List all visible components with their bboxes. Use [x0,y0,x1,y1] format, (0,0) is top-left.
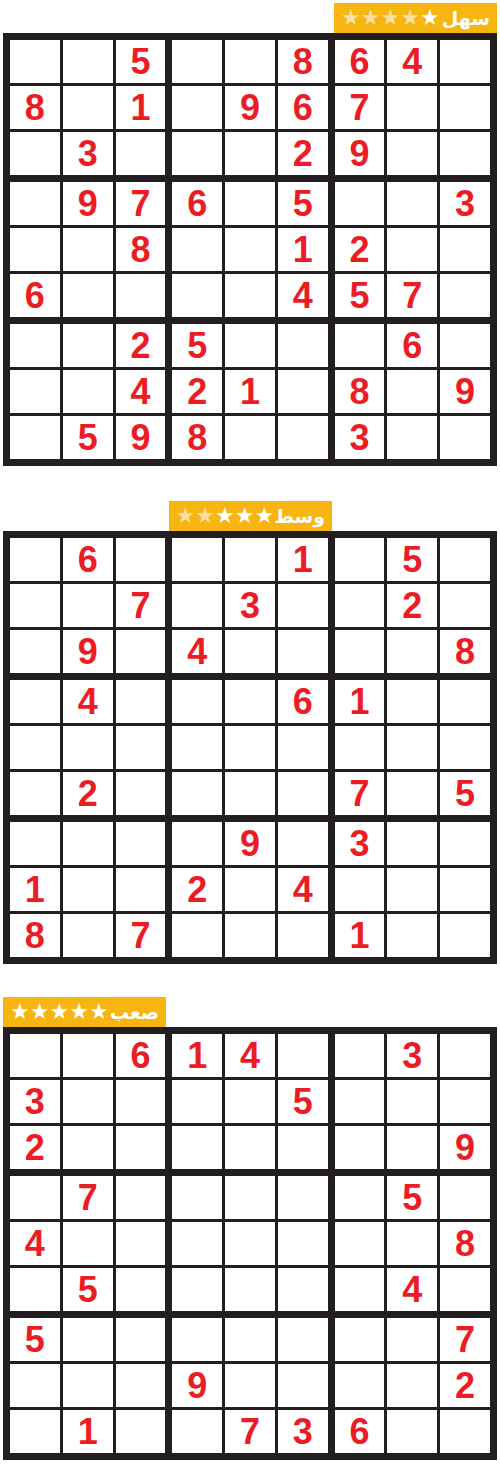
sudoku-cell-hard-r4c4[interactable] [172,1176,222,1219]
sudoku-cell-medium-r8c7[interactable] [335,868,385,911]
sudoku-cell-hard-r2c3[interactable] [116,1080,166,1123]
sudoku-cell-easy-r3c7[interactable]: 9 [335,132,385,175]
sudoku-cell-hard-r9c8[interactable] [387,1410,437,1453]
sudoku-cell-medium-r6c2[interactable]: 2 [63,772,113,815]
sudoku-cell-hard-r7c2[interactable] [63,1318,113,1361]
sudoku-cell-medium-r7c4[interactable] [172,822,222,865]
star-rating-hard: ★★★★★ [10,1001,109,1023]
sudoku-cell-medium-r9c5[interactable] [225,914,275,957]
sudoku-board-hard: 6321453974558451973726 [3,1027,497,1460]
sudoku-cell-medium-r1c1[interactable] [10,538,60,581]
sudoku-cell-medium-r6c5[interactable] [225,772,275,815]
sudoku-cell-easy-r9c7[interactable]: 3 [335,416,385,459]
sudoku-cell-medium-r1c2[interactable]: 6 [63,538,113,581]
sudoku-cell-hard-r5c3[interactable] [116,1222,166,1265]
sudoku-cell-easy-r5c3[interactable]: 8 [116,228,166,271]
star-icon: ★ [89,1001,109,1023]
sudoku-cell-medium-r2c2[interactable] [63,584,113,627]
sudoku-cell-medium-r4c3[interactable] [116,680,166,723]
sudoku-cell-hard-r9c4[interactable] [172,1410,222,1453]
sudoku-cell-medium-r2c4[interactable] [172,584,222,627]
sudoku-cell-easy-r9c6[interactable] [278,416,328,459]
sudoku-board-medium: 67913452842617518792431 [3,531,497,964]
page: ★★★★★ سهل 581389626479978665143257245952… [0,3,500,1465]
sudoku-box: 6 [172,680,327,815]
sudoku-cell-medium-r8c5[interactable] [225,868,275,911]
sudoku-cell-easy-r4c3[interactable]: 7 [116,182,166,225]
sudoku-box: 31 [335,822,490,957]
sudoku-cell-hard-r7c4[interactable] [172,1318,222,1361]
sudoku-cell-medium-r5c9[interactable] [440,726,490,769]
sudoku-box: 584 [335,1176,490,1311]
sudoku-cell-hard-r4c9[interactable] [440,1176,490,1219]
sudoku-cell-easy-r4c5[interactable] [225,182,275,225]
sudoku-cell-hard-r4c2[interactable]: 7 [63,1176,113,1219]
sudoku-cell-easy-r5c4[interactable] [172,228,222,271]
sudoku-cell-easy-r1c4[interactable] [172,40,222,83]
sudoku-cell-hard-r3c2[interactable] [63,1126,113,1169]
sudoku-cell-hard-r2c4[interactable] [172,1080,222,1123]
sudoku-cell-easy-r8c5[interactable]: 1 [225,370,275,413]
sudoku-cell-hard-r8c2[interactable] [63,1364,113,1407]
sudoku-box: 145 [172,1034,327,1169]
sudoku-cell-easy-r3c5[interactable] [225,132,275,175]
sudoku-cell-medium-r4c4[interactable] [172,680,222,723]
sudoku-cell-easy-r7c7[interactable] [335,324,385,367]
sudoku-cell-hard-r8c9[interactable]: 2 [440,1364,490,1407]
sudoku-box: 528 [335,538,490,673]
sudoku-cell-medium-r8c1[interactable]: 1 [10,868,60,911]
sudoku-cell-hard-r9c9[interactable] [440,1410,490,1453]
sudoku-cell-hard-r7c7[interactable] [335,1318,385,1361]
sudoku-cell-hard-r3c7[interactable] [335,1126,385,1169]
sudoku-cell-easy-r1c5[interactable] [225,40,275,83]
sudoku-cell-medium-r4c5[interactable] [225,680,275,723]
sudoku-cell-medium-r4c2[interactable]: 4 [63,680,113,723]
sudoku-cell-medium-r5c4[interactable] [172,726,222,769]
sudoku-box: 39 [335,1034,490,1169]
sudoku-cell-easy-r9c8[interactable] [387,416,437,459]
star-icon: ★ [341,7,361,29]
star-rating-medium: ★★★★★ [176,505,275,527]
sudoku-cell-medium-r3c2[interactable]: 9 [63,630,113,673]
sudoku-cell-medium-r6c9[interactable]: 5 [440,772,490,815]
sudoku-cell-easy-r3c6[interactable]: 2 [278,132,328,175]
sudoku-cell-medium-r7c8[interactable] [387,822,437,865]
sudoku-cell-medium-r9c8[interactable] [387,914,437,957]
sudoku-box: 3257 [335,182,490,317]
sudoku-cell-easy-r7c3[interactable]: 2 [116,324,166,367]
sudoku-cell-hard-r2c6[interactable]: 5 [278,1080,328,1123]
sudoku-cell-hard-r5c1[interactable]: 4 [10,1222,60,1265]
sudoku-cell-hard-r7c5[interactable] [225,1318,275,1361]
sudoku-cell-medium-r7c1[interactable] [10,822,60,865]
star-icon: ★ [361,7,381,29]
sudoku-box: 6893 [335,324,490,459]
sudoku-box: 5813 [10,40,165,175]
difficulty-label-hard: صعب [110,1003,159,1022]
sudoku-cell-medium-r5c3[interactable] [116,726,166,769]
sudoku-cell-hard-r5c8[interactable] [387,1222,437,1265]
sudoku-cell-hard-r1c2[interactable] [63,1034,113,1077]
sudoku-cell-easy-r2c2[interactable] [63,86,113,129]
sudoku-cell-medium-r9c7[interactable]: 1 [335,914,385,957]
sudoku-cell-medium-r8c9[interactable] [440,868,490,911]
sudoku-cell-medium-r3c3[interactable] [116,630,166,673]
sudoku-box [172,1176,327,1311]
sudoku-cell-easy-r7c4[interactable]: 5 [172,324,222,367]
sudoku-cell-hard-r4c7[interactable] [335,1176,385,1219]
sudoku-cell-hard-r6c4[interactable] [172,1268,222,1311]
sudoku-cell-hard-r6c5[interactable] [225,1268,275,1311]
sudoku-cell-medium-r8c8[interactable] [387,868,437,911]
sudoku-cell-easy-r9c1[interactable] [10,416,60,459]
star-icon: ★ [69,1001,89,1023]
sudoku-cell-hard-r3c8[interactable] [387,1126,437,1169]
sudoku-cell-hard-r3c5[interactable] [225,1126,275,1169]
sudoku-cell-hard-r2c5[interactable] [225,1080,275,1123]
sudoku-cell-hard-r2c7[interactable] [335,1080,385,1123]
sudoku-cell-hard-r4c5[interactable] [225,1176,275,1219]
sudoku-cell-easy-r1c9[interactable] [440,40,490,83]
sudoku-cell-medium-r7c2[interactable] [63,822,113,865]
sudoku-cell-easy-r5c9[interactable] [440,228,490,271]
sudoku-cell-easy-r5c1[interactable] [10,228,60,271]
sudoku-box: 5218 [172,324,327,459]
sudoku-cell-hard-r4c3[interactable] [116,1176,166,1219]
sudoku-cell-hard-r8c3[interactable] [116,1364,166,1407]
sudoku-cell-medium-r4c9[interactable] [440,680,490,723]
sudoku-box: 134 [172,538,327,673]
sudoku-cell-hard-r7c3[interactable] [116,1318,166,1361]
sudoku-cell-medium-r3c7[interactable] [335,630,385,673]
sudoku-cell-hard-r7c8[interactable] [387,1318,437,1361]
sudoku-cell-medium-r2c8[interactable]: 2 [387,584,437,627]
sudoku-cell-hard-r9c2[interactable]: 1 [63,1410,113,1453]
sudoku-cell-medium-r2c1[interactable] [10,584,60,627]
sudoku-cell-medium-r1c3[interactable] [116,538,166,581]
difficulty-label-easy: سهل [442,9,490,28]
sudoku-cell-easy-r6c6[interactable]: 4 [278,274,328,317]
sudoku-cell-easy-r5c7[interactable]: 2 [335,228,385,271]
sudoku-cell-easy-r9c4[interactable]: 8 [172,416,222,459]
sudoku-box: 2459 [10,324,165,459]
sudoku-cell-hard-r3c4[interactable] [172,1126,222,1169]
sudoku-box: 973 [172,1318,327,1453]
sudoku-cell-hard-r2c9[interactable] [440,1080,490,1123]
sudoku-cell-hard-r9c5[interactable]: 7 [225,1410,275,1453]
sudoku-cell-medium-r5c5[interactable] [225,726,275,769]
sudoku-cell-hard-r8c8[interactable] [387,1364,437,1407]
sudoku-cell-medium-r6c4[interactable] [172,772,222,815]
sudoku-cell-easy-r3c4[interactable] [172,132,222,175]
sudoku-cell-medium-r8c2[interactable] [63,868,113,911]
sudoku-cell-medium-r1c9[interactable] [440,538,490,581]
sudoku-box: 745 [10,1176,165,1311]
sudoku-cell-hard-r5c6[interactable] [278,1222,328,1265]
sudoku-cell-easy-r7c8[interactable]: 6 [387,324,437,367]
sudoku-box: 679 [10,538,165,673]
sudoku-cell-easy-r6c7[interactable]: 5 [335,274,385,317]
sudoku-cell-medium-r7c3[interactable] [116,822,166,865]
star-icon: ★ [215,505,235,527]
sudoku-cell-hard-r3c1[interactable]: 2 [10,1126,60,1169]
sudoku-cell-medium-r4c1[interactable] [10,680,60,723]
difficulty-banner-easy: ★★★★★ سهل [334,3,497,33]
sudoku-cell-easy-r8c9[interactable]: 9 [440,370,490,413]
sudoku-cell-easy-r9c9[interactable] [440,416,490,459]
sudoku-cell-medium-r6c6[interactable] [278,772,328,815]
sudoku-cell-easy-r2c4[interactable] [172,86,222,129]
sudoku-cell-medium-r9c1[interactable]: 8 [10,914,60,957]
sudoku-cell-easy-r4c1[interactable] [10,182,60,225]
sudoku-cell-medium-r5c6[interactable] [278,726,328,769]
sudoku-box: 924 [172,822,327,957]
sudoku-cell-medium-r4c6[interactable]: 6 [278,680,328,723]
sudoku-cell-medium-r8c3[interactable] [116,868,166,911]
sudoku-cell-medium-r6c8[interactable] [387,772,437,815]
sudoku-cell-easy-r6c9[interactable] [440,274,490,317]
sudoku-cell-easy-r9c2[interactable]: 5 [63,416,113,459]
sudoku-cell-easy-r3c2[interactable]: 3 [63,132,113,175]
sudoku-cell-easy-r5c5[interactable] [225,228,275,271]
sudoku-cell-hard-r1c8[interactable]: 3 [387,1034,437,1077]
sudoku-cell-easy-r4c9[interactable]: 3 [440,182,490,225]
sudoku-cell-easy-r6c5[interactable] [225,274,275,317]
sudoku-cell-hard-r7c9[interactable]: 7 [440,1318,490,1361]
sudoku-cell-easy-r7c2[interactable] [63,324,113,367]
sudoku-cell-easy-r3c9[interactable] [440,132,490,175]
sudoku-cell-hard-r1c4[interactable]: 1 [172,1034,222,1077]
sudoku-cell-hard-r8c6[interactable] [278,1364,328,1407]
sudoku-cell-easy-r4c2[interactable]: 9 [63,182,113,225]
sudoku-cell-easy-r2c6[interactable]: 6 [278,86,328,129]
sudoku-cell-medium-r3c6[interactable] [278,630,328,673]
sudoku-cell-easy-r4c4[interactable]: 6 [172,182,222,225]
sudoku-cell-easy-r9c5[interactable] [225,416,275,459]
sudoku-cell-hard-r4c6[interactable] [278,1176,328,1219]
sudoku-cell-medium-r4c8[interactable] [387,680,437,723]
sudoku-box: 632 [10,1034,165,1169]
sudoku-cell-easy-r5c6[interactable]: 1 [278,228,328,271]
sudoku-cell-hard-r1c5[interactable]: 4 [225,1034,275,1077]
sudoku-board-easy: 581389626479978665143257245952186893 [3,33,497,466]
sudoku-cell-hard-r7c1[interactable]: 5 [10,1318,60,1361]
sudoku-box: 175 [335,680,490,815]
sudoku-cell-medium-r2c6[interactable] [278,584,328,627]
sudoku-cell-easy-r7c6[interactable] [278,324,328,367]
sudoku-cell-easy-r6c1[interactable]: 6 [10,274,60,317]
sudoku-box: 187 [10,822,165,957]
sudoku-cell-hard-r8c4[interactable]: 9 [172,1364,222,1407]
sudoku-cell-easy-r3c8[interactable] [387,132,437,175]
sudoku-cell-medium-r3c4[interactable]: 4 [172,630,222,673]
sudoku-cell-medium-r6c1[interactable] [10,772,60,815]
sudoku-cell-hard-r6c1[interactable] [10,1268,60,1311]
sudoku-cell-medium-r2c7[interactable] [335,584,385,627]
sudoku-cell-easy-r1c8[interactable]: 4 [387,40,437,83]
sudoku-cell-medium-r2c3[interactable]: 7 [116,584,166,627]
sudoku-cell-easy-r4c6[interactable]: 5 [278,182,328,225]
sudoku-cell-medium-r7c6[interactable] [278,822,328,865]
sudoku-cell-medium-r1c6[interactable]: 1 [278,538,328,581]
sudoku-cell-medium-r7c7[interactable]: 3 [335,822,385,865]
sudoku-box: 8962 [172,40,327,175]
sudoku-cell-easy-r9c3[interactable]: 9 [116,416,166,459]
sudoku-cell-hard-r2c1[interactable]: 3 [10,1080,60,1123]
difficulty-banner-hard: ★★★★★ صعب [3,997,166,1027]
sudoku-cell-hard-r3c9[interactable]: 9 [440,1126,490,1169]
sudoku-cell-hard-r1c1[interactable] [10,1034,60,1077]
sudoku-cell-medium-r2c9[interactable] [440,584,490,627]
sudoku-cell-medium-r9c4[interactable] [172,914,222,957]
sudoku-cell-medium-r7c5[interactable]: 9 [225,822,275,865]
sudoku-cell-easy-r6c2[interactable] [63,274,113,317]
sudoku-cell-easy-r4c7[interactable] [335,182,385,225]
sudoku-cell-medium-r9c2[interactable] [63,914,113,957]
sudoku-cell-easy-r4c8[interactable] [387,182,437,225]
sudoku-cell-medium-r8c4[interactable]: 2 [172,868,222,911]
sudoku-cell-medium-r2c5[interactable]: 3 [225,584,275,627]
sudoku-cell-hard-r7c6[interactable] [278,1318,328,1361]
sudoku-cell-hard-r5c9[interactable]: 8 [440,1222,490,1265]
sudoku-cell-easy-r1c3[interactable]: 5 [116,40,166,83]
sudoku-cell-medium-r5c7[interactable] [335,726,385,769]
sudoku-cell-hard-r4c1[interactable] [10,1176,60,1219]
sudoku-cell-hard-r6c8[interactable]: 4 [387,1268,437,1311]
star-icon: ★ [30,1001,50,1023]
sudoku-cell-hard-r9c6[interactable]: 3 [278,1410,328,1453]
sudoku-cell-hard-r8c1[interactable] [10,1364,60,1407]
sudoku-cell-medium-r3c5[interactable] [225,630,275,673]
difficulty-label-medium: وسط [274,507,325,526]
star-icon: ★ [195,505,215,527]
star-icon: ★ [235,505,255,527]
sudoku-cell-hard-r6c9[interactable] [440,1268,490,1311]
star-icon: ★ [10,1001,30,1023]
sudoku-cell-medium-r3c9[interactable]: 8 [440,630,490,673]
sudoku-box: 42 [10,680,165,815]
sudoku-cell-hard-r1c3[interactable]: 6 [116,1034,166,1077]
sudoku-cell-hard-r2c2[interactable] [63,1080,113,1123]
sudoku-cell-easy-r8c3[interactable]: 4 [116,370,166,413]
sudoku-cell-easy-r6c8[interactable]: 7 [387,274,437,317]
sudoku-cell-easy-r2c3[interactable]: 1 [116,86,166,129]
sudoku-cell-medium-r9c3[interactable]: 7 [116,914,166,957]
sudoku-cell-medium-r1c7[interactable] [335,538,385,581]
sudoku-cell-hard-r3c6[interactable] [278,1126,328,1169]
sudoku-cell-hard-r5c7[interactable] [335,1222,385,1265]
star-icon: ★ [400,7,420,29]
sudoku-cell-medium-r4c7[interactable]: 1 [335,680,385,723]
sudoku-cell-easy-r5c2[interactable] [63,228,113,271]
sudoku-box: 726 [335,1318,490,1453]
sudoku-cell-medium-r1c8[interactable]: 5 [387,538,437,581]
sudoku-cell-medium-r5c8[interactable] [387,726,437,769]
sudoku-cell-hard-r3c3[interactable] [116,1126,166,1169]
sudoku-cell-hard-r4c8[interactable]: 5 [387,1176,437,1219]
sudoku-cell-medium-r3c8[interactable] [387,630,437,673]
sudoku-cell-hard-r6c2[interactable]: 5 [63,1268,113,1311]
star-icon: ★ [420,7,440,29]
sudoku-cell-hard-r5c2[interactable] [63,1222,113,1265]
sudoku-cell-hard-r9c1[interactable] [10,1410,60,1453]
sudoku-cell-hard-r6c3[interactable] [116,1268,166,1311]
sudoku-cell-hard-r6c7[interactable] [335,1268,385,1311]
sudoku-cell-easy-r1c6[interactable]: 8 [278,40,328,83]
sudoku-cell-medium-r6c7[interactable]: 7 [335,772,385,815]
sudoku-cell-easy-r7c1[interactable] [10,324,60,367]
sudoku-cell-medium-r7c9[interactable] [440,822,490,865]
sudoku-box: 9786 [10,182,165,317]
sudoku-cell-medium-r1c4[interactable] [172,538,222,581]
sudoku-cell-easy-r7c9[interactable] [440,324,490,367]
sudoku-cell-medium-r9c9[interactable] [440,914,490,957]
sudoku-cell-easy-r7c5[interactable] [225,324,275,367]
star-icon: ★ [176,505,196,527]
sudoku-cell-easy-r8c7[interactable]: 8 [335,370,385,413]
sudoku-cell-easy-r3c1[interactable] [10,132,60,175]
star-icon: ★ [254,505,274,527]
sudoku-cell-hard-r5c4[interactable] [172,1222,222,1265]
sudoku-cell-easy-r2c7[interactable]: 7 [335,86,385,129]
sudoku-cell-medium-r3c1[interactable] [10,630,60,673]
sudoku-cell-easy-r6c4[interactable] [172,274,222,317]
sudoku-cell-hard-r8c7[interactable] [335,1364,385,1407]
sudoku-box: 51 [10,1318,165,1453]
sudoku-cell-hard-r1c6[interactable] [278,1034,328,1077]
sudoku-cell-easy-r2c1[interactable]: 8 [10,86,60,129]
sudoku-cell-easy-r8c8[interactable] [387,370,437,413]
sudoku-cell-easy-r3c3[interactable] [116,132,166,175]
sudoku-cell-hard-r6c6[interactable] [278,1268,328,1311]
sudoku-cell-medium-r1c5[interactable] [225,538,275,581]
sudoku-cell-hard-r9c7[interactable]: 6 [335,1410,385,1453]
sudoku-cell-easy-r1c7[interactable]: 6 [335,40,385,83]
sudoku-cell-hard-r1c7[interactable] [335,1034,385,1077]
sudoku-cell-easy-r8c2[interactable] [63,370,113,413]
sudoku-cell-hard-r8c5[interactable] [225,1364,275,1407]
sudoku-cell-medium-r8c6[interactable]: 4 [278,868,328,911]
sudoku-cell-hard-r2c8[interactable] [387,1080,437,1123]
star-icon: ★ [380,7,400,29]
sudoku-cell-easy-r2c8[interactable] [387,86,437,129]
sudoku-box: 6514 [172,182,327,317]
sudoku-box: 6479 [335,40,490,175]
sudoku-cell-easy-r2c9[interactable] [440,86,490,129]
sudoku-cell-easy-r1c2[interactable] [63,40,113,83]
star-icon: ★ [49,1001,69,1023]
sudoku-cell-medium-r6c3[interactable] [116,772,166,815]
sudoku-cell-easy-r8c4[interactable]: 2 [172,370,222,413]
sudoku-cell-easy-r6c3[interactable] [116,274,166,317]
sudoku-cell-medium-r9c6[interactable] [278,914,328,957]
sudoku-cell-hard-r5c5[interactable] [225,1222,275,1265]
sudoku-cell-easy-r1c1[interactable] [10,40,60,83]
sudoku-cell-easy-r2c5[interactable]: 9 [225,86,275,129]
star-rating-easy: ★★★★★ [341,7,440,29]
sudoku-cell-medium-r5c1[interactable] [10,726,60,769]
sudoku-cell-hard-r1c9[interactable] [440,1034,490,1077]
sudoku-cell-easy-r8c1[interactable] [10,370,60,413]
sudoku-cell-easy-r8c6[interactable] [278,370,328,413]
difficulty-banner-medium: ★★★★★ وسط [169,501,332,531]
sudoku-cell-hard-r9c3[interactable] [116,1410,166,1453]
sudoku-cell-medium-r5c2[interactable] [63,726,113,769]
sudoku-cell-easy-r5c8[interactable] [387,228,437,271]
